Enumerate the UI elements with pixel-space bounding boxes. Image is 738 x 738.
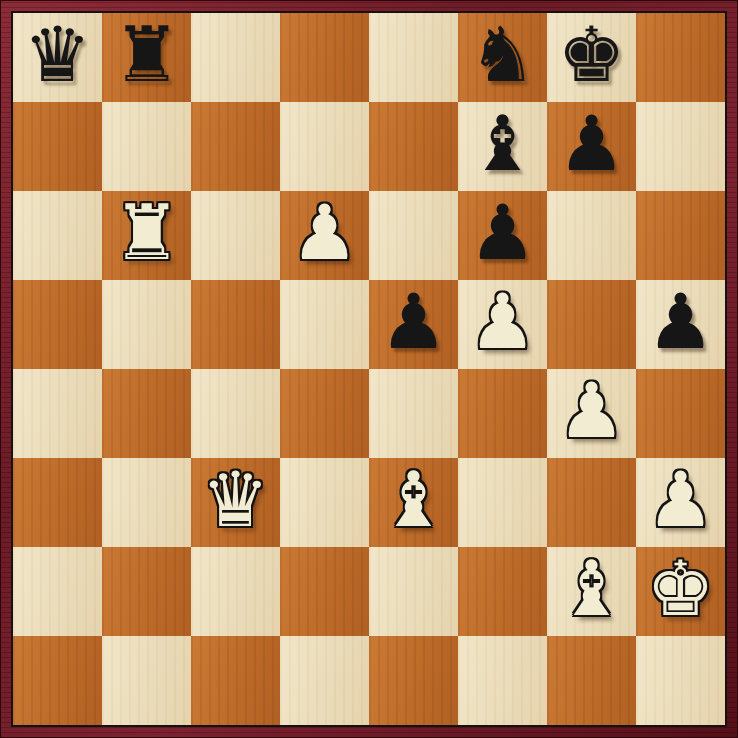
square-h7[interactable] <box>636 102 725 191</box>
square-c4[interactable] <box>191 369 280 458</box>
square-b1[interactable] <box>102 636 191 725</box>
square-d7[interactable] <box>280 102 369 191</box>
square-h2[interactable]: ♚ <box>636 547 725 636</box>
square-b8[interactable]: ♜ <box>102 13 191 102</box>
square-a7[interactable] <box>13 102 102 191</box>
piece-white-bishop[interactable]: ♝ <box>369 455 458 544</box>
square-f4[interactable] <box>458 369 547 458</box>
square-f8[interactable]: ♞ <box>458 13 547 102</box>
piece-white-pawn[interactable]: ♟ <box>458 277 547 366</box>
square-d6[interactable]: ♟ <box>280 191 369 280</box>
square-h3[interactable]: ♟ <box>636 458 725 547</box>
square-e3[interactable]: ♝ <box>369 458 458 547</box>
square-a8[interactable]: ♛ <box>13 13 102 102</box>
piece-white-queen[interactable]: ♛ <box>191 455 280 544</box>
square-e8[interactable] <box>369 13 458 102</box>
square-f7[interactable]: ♝ <box>458 102 547 191</box>
piece-white-bishop[interactable]: ♝ <box>547 544 636 633</box>
square-g8[interactable]: ♚ <box>547 13 636 102</box>
square-f1[interactable] <box>458 636 547 725</box>
square-g5[interactable] <box>547 280 636 369</box>
square-f2[interactable] <box>458 547 547 636</box>
square-e2[interactable] <box>369 547 458 636</box>
square-b6[interactable]: ♜ <box>102 191 191 280</box>
piece-black-bishop[interactable]: ♝ <box>458 99 547 188</box>
piece-black-king[interactable]: ♚ <box>547 10 636 99</box>
square-c6[interactable] <box>191 191 280 280</box>
piece-black-pawn[interactable]: ♟ <box>547 99 636 188</box>
square-g7[interactable]: ♟ <box>547 102 636 191</box>
piece-white-pawn[interactable]: ♟ <box>547 366 636 455</box>
square-g3[interactable] <box>547 458 636 547</box>
square-h4[interactable] <box>636 369 725 458</box>
square-c8[interactable] <box>191 13 280 102</box>
square-a1[interactable] <box>13 636 102 725</box>
square-f5[interactable]: ♟ <box>458 280 547 369</box>
square-a5[interactable] <box>13 280 102 369</box>
square-e7[interactable] <box>369 102 458 191</box>
square-b3[interactable] <box>102 458 191 547</box>
square-d3[interactable] <box>280 458 369 547</box>
piece-black-queen[interactable]: ♛ <box>13 10 102 99</box>
piece-black-pawn[interactable]: ♟ <box>636 277 725 366</box>
square-g4[interactable]: ♟ <box>547 369 636 458</box>
square-c1[interactable] <box>191 636 280 725</box>
piece-black-pawn[interactable]: ♟ <box>458 188 547 277</box>
square-h1[interactable] <box>636 636 725 725</box>
square-a4[interactable] <box>13 369 102 458</box>
piece-white-pawn[interactable]: ♟ <box>636 455 725 544</box>
square-h5[interactable]: ♟ <box>636 280 725 369</box>
square-g1[interactable] <box>547 636 636 725</box>
square-b7[interactable] <box>102 102 191 191</box>
square-c7[interactable] <box>191 102 280 191</box>
square-a6[interactable] <box>13 191 102 280</box>
chess-board: ♛♜♞♚♝♟♜♟♟♟♟♟♟♛♝♟♝♚ <box>11 11 727 727</box>
square-d4[interactable] <box>280 369 369 458</box>
square-e5[interactable]: ♟ <box>369 280 458 369</box>
square-h6[interactable] <box>636 191 725 280</box>
square-g2[interactable]: ♝ <box>547 547 636 636</box>
piece-white-king[interactable]: ♚ <box>636 544 725 633</box>
square-f6[interactable]: ♟ <box>458 191 547 280</box>
piece-black-rook[interactable]: ♜ <box>102 10 191 99</box>
square-b5[interactable] <box>102 280 191 369</box>
square-e6[interactable] <box>369 191 458 280</box>
board-frame: ♛♜♞♚♝♟♜♟♟♟♟♟♟♛♝♟♝♚ <box>0 0 738 738</box>
square-c5[interactable] <box>191 280 280 369</box>
square-c3[interactable]: ♛ <box>191 458 280 547</box>
piece-white-rook[interactable]: ♜ <box>102 188 191 277</box>
square-e1[interactable] <box>369 636 458 725</box>
piece-black-knight[interactable]: ♞ <box>458 10 547 99</box>
square-d1[interactable] <box>280 636 369 725</box>
square-d5[interactable] <box>280 280 369 369</box>
square-h8[interactable] <box>636 13 725 102</box>
square-d2[interactable] <box>280 547 369 636</box>
square-f3[interactable] <box>458 458 547 547</box>
square-b2[interactable] <box>102 547 191 636</box>
square-g6[interactable] <box>547 191 636 280</box>
square-a3[interactable] <box>13 458 102 547</box>
square-b4[interactable] <box>102 369 191 458</box>
piece-black-pawn[interactable]: ♟ <box>369 277 458 366</box>
square-c2[interactable] <box>191 547 280 636</box>
square-d8[interactable] <box>280 13 369 102</box>
piece-white-pawn[interactable]: ♟ <box>280 188 369 277</box>
square-e4[interactable] <box>369 369 458 458</box>
square-a2[interactable] <box>13 547 102 636</box>
